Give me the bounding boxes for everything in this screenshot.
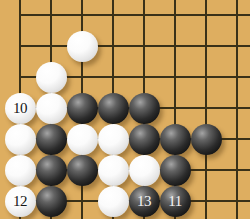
stone-black[interactable]	[67, 93, 98, 124]
stone-white[interactable]	[5, 155, 36, 186]
grid-line-horizontal	[19, 14, 250, 16]
go-diagram: 10121311	[0, 0, 250, 219]
stone-black[interactable]	[36, 124, 67, 155]
stone-white[interactable]: 10	[5, 93, 36, 124]
go-board[interactable]: 10121311	[0, 0, 250, 219]
stone-black[interactable]	[160, 155, 191, 186]
stone-white[interactable]	[67, 124, 98, 155]
stone-white[interactable]	[5, 124, 36, 155]
stone-black[interactable]: 13	[129, 186, 160, 217]
stone-black[interactable]	[36, 186, 67, 217]
grid-line-vertical	[236, 0, 238, 219]
stone-black[interactable]	[191, 124, 222, 155]
stone-white[interactable]	[36, 62, 67, 93]
stone-black[interactable]	[67, 155, 98, 186]
grid-line-vertical	[205, 0, 207, 219]
move-number-label: 13	[137, 194, 151, 209]
stone-black[interactable]	[98, 93, 129, 124]
stone-white[interactable]	[98, 124, 129, 155]
stone-black[interactable]	[129, 124, 160, 155]
stone-black[interactable]	[36, 155, 67, 186]
move-number-label: 12	[13, 194, 27, 209]
stone-white[interactable]	[98, 186, 129, 217]
stone-white[interactable]	[67, 31, 98, 62]
stone-white[interactable]	[129, 155, 160, 186]
move-number-label: 11	[168, 194, 181, 209]
stone-white[interactable]	[98, 155, 129, 186]
stone-black[interactable]: 11	[160, 186, 191, 217]
move-number-label: 10	[13, 101, 27, 116]
stone-white[interactable]: 12	[5, 186, 36, 217]
stone-white[interactable]	[36, 93, 67, 124]
stone-black[interactable]	[160, 124, 191, 155]
grid-line-horizontal	[19, 45, 250, 47]
stone-black[interactable]	[129, 93, 160, 124]
